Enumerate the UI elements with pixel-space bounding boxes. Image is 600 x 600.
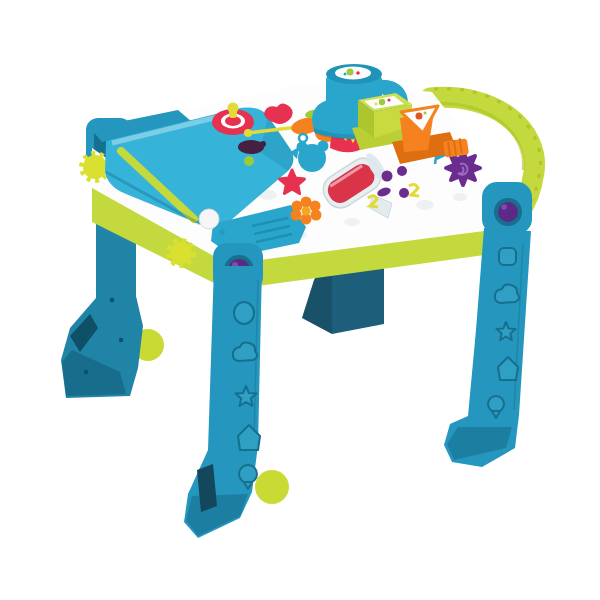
purple-bit <box>382 171 393 182</box>
white-ball <box>199 209 219 229</box>
front-left-leg <box>184 243 289 538</box>
oval-emboss <box>234 302 254 324</box>
dial-peg <box>228 103 239 114</box>
activity-table-illustration <box>0 0 600 600</box>
square-emboss <box>499 248 516 265</box>
product-photo <box>0 0 600 600</box>
green-ball-front <box>255 470 289 504</box>
purple-ball-right <box>498 202 518 222</box>
green-bit <box>244 156 254 166</box>
